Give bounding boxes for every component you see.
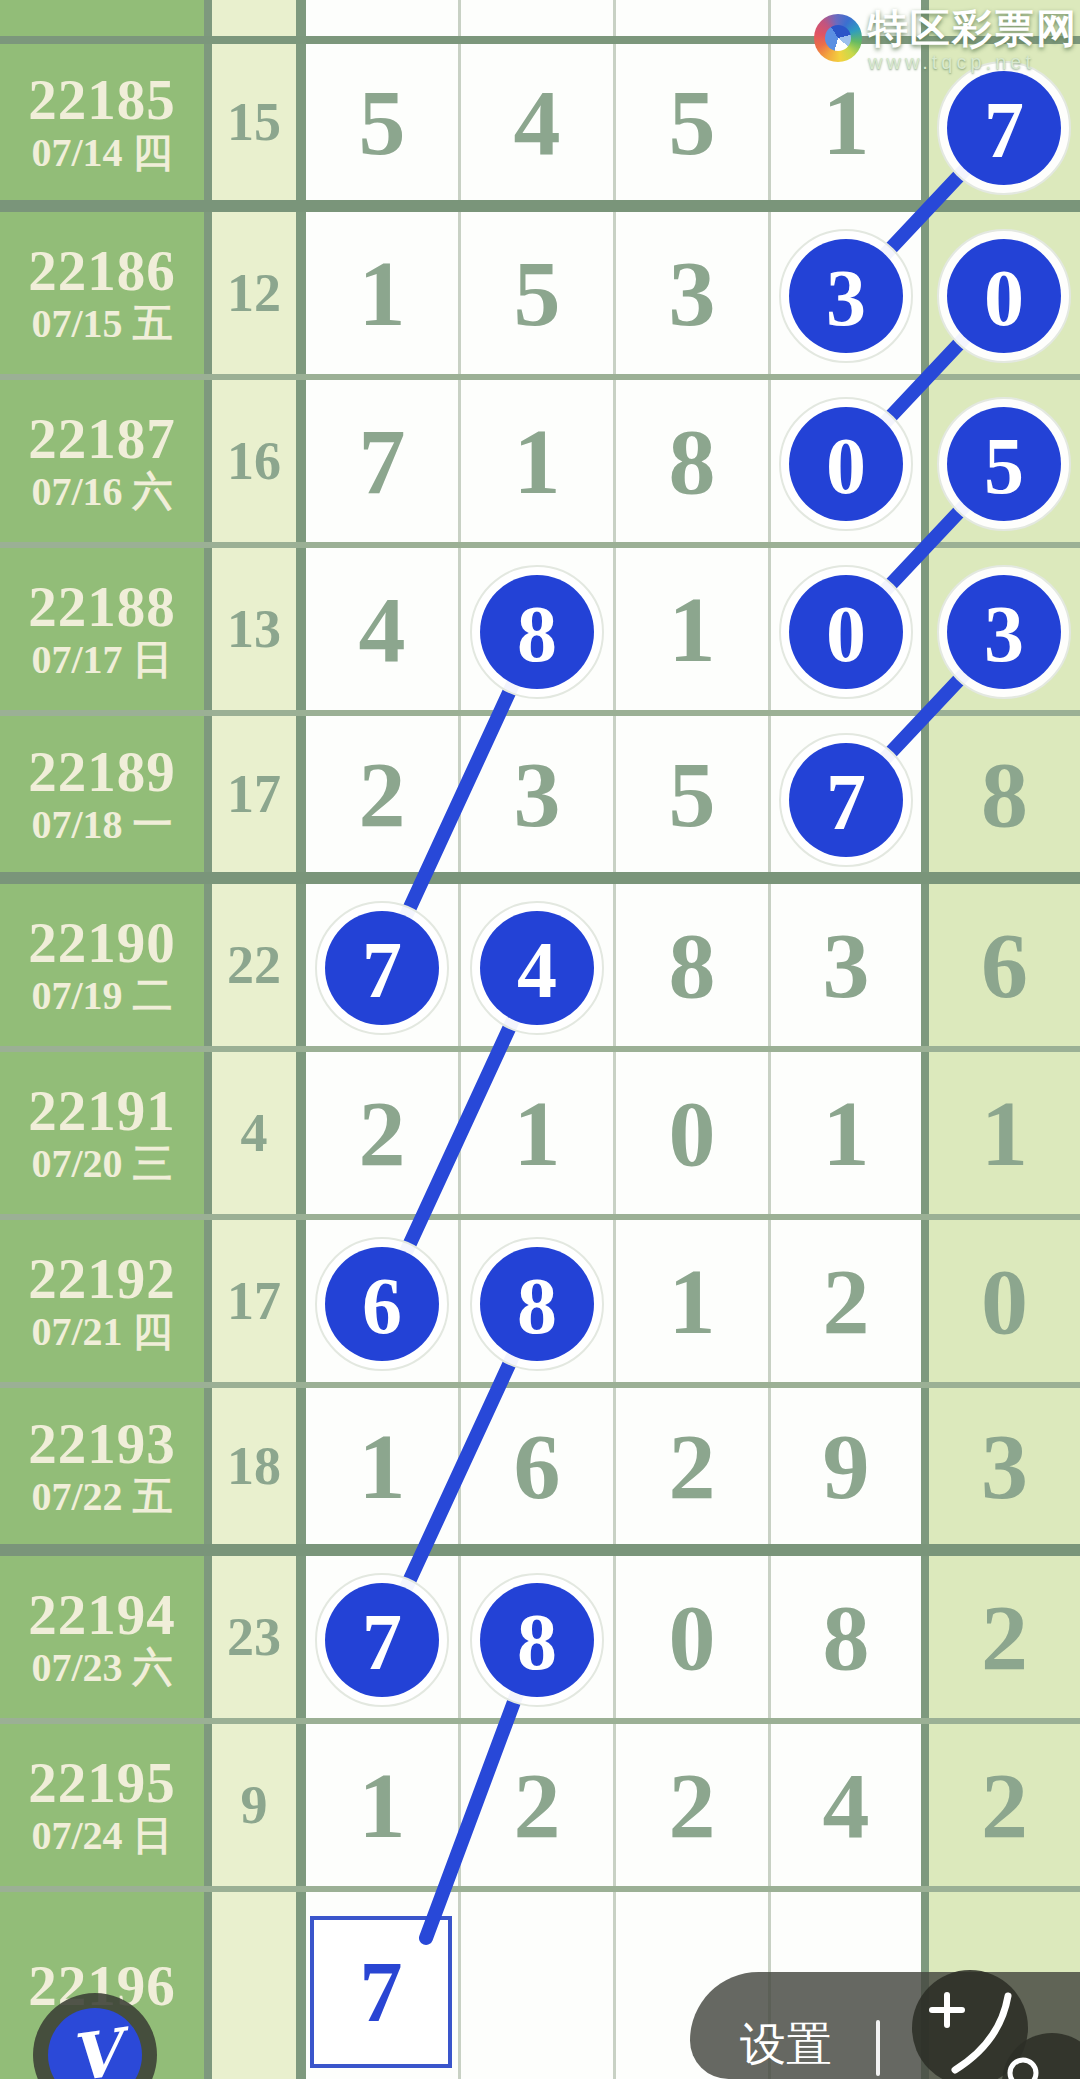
issue-number: 22186 [28, 242, 176, 299]
digit-cell: 4 [461, 44, 613, 200]
digit-cell: 1 [306, 1724, 458, 1886]
digit-cell [461, 1220, 613, 1382]
digit-cell [929, 212, 1080, 374]
issue-cell [0, 0, 204, 36]
digit-cell: 5 [461, 212, 613, 374]
issue-cell: 2218907/18 一 [0, 716, 204, 872]
vertical-border [296, 212, 306, 374]
vertical-border [921, 212, 929, 374]
issue-number: 22191 [28, 1082, 176, 1139]
v-button-inner: V [48, 2008, 142, 2079]
issue-cell: 2219007/19 二 [0, 884, 204, 1046]
digit-cell: 1 [306, 1388, 458, 1544]
trend-chart-screen: 2218507/14 四1554512218607/15 五1215322187… [0, 0, 1080, 2079]
sum-cell [212, 1892, 296, 2079]
site-title: 特区彩票网 [868, 6, 1078, 50]
digit-cell: 0 [616, 1556, 768, 1718]
vertical-border [921, 1556, 929, 1718]
digit-cell: 2 [306, 1052, 458, 1214]
vertical-border [921, 1724, 929, 1886]
digit-cell: 1 [771, 1052, 921, 1214]
vertical-border [296, 1724, 306, 1886]
table-row: 2218907/18 一172358 [0, 716, 1080, 884]
issue-date: 07/14 四 [31, 133, 172, 173]
digit-cell [929, 548, 1080, 710]
digit-cell: 2 [929, 1556, 1080, 1718]
digit-cell: 5 [616, 44, 768, 200]
issue-date: 07/19 二 [31, 976, 172, 1016]
sum-cell [212, 0, 296, 36]
vertical-border [296, 380, 306, 542]
issue-number: 22188 [28, 578, 176, 635]
issue-date: 07/15 五 [31, 304, 172, 344]
vertical-border [204, 380, 212, 542]
toolbar-divider [876, 2020, 880, 2076]
sum-cell: 17 [212, 1220, 296, 1382]
issue-date: 07/17 日 [31, 640, 172, 680]
digit-cell: 1 [461, 1052, 613, 1214]
vertical-border [204, 1220, 212, 1382]
table-row: 2219507/24 日912242 [0, 1724, 1080, 1892]
vertical-border [921, 1388, 929, 1544]
vertical-border [204, 0, 212, 36]
table-row: 2218607/15 五12153 [0, 212, 1080, 380]
settings-button[interactable]: 设置 [740, 2014, 832, 2076]
issue-date: 07/18 一 [31, 805, 172, 845]
digit-cell: 8 [929, 716, 1080, 872]
issue-cell: 2218507/14 四 [0, 44, 204, 200]
digit-cell: 2 [461, 1724, 613, 1886]
digit-cell: 3 [771, 884, 921, 1046]
vertical-border [296, 1892, 306, 2079]
issue-number: 22194 [28, 1586, 176, 1643]
issue-number: 22185 [28, 71, 176, 128]
digit-cell [306, 884, 458, 1046]
sum-cell: 9 [212, 1724, 296, 1886]
digit-cell: 9 [771, 1388, 921, 1544]
digit-cell [306, 1220, 458, 1382]
digit-cell: 3 [929, 1388, 1080, 1544]
vertical-border [204, 1388, 212, 1544]
swirl-logo-icon [814, 14, 862, 62]
digit-cell [461, 548, 613, 710]
digit-cell: 7 [306, 1892, 458, 2079]
vertical-border [921, 380, 929, 542]
table-row: 2219007/19 二22836 [0, 884, 1080, 1052]
digit-cell [306, 1556, 458, 1718]
digit-cell: 0 [929, 1220, 1080, 1382]
issue-cell: 2219107/20 三 [0, 1052, 204, 1214]
digit-cell: 2 [929, 1724, 1080, 1886]
issue-date: 07/16 六 [31, 472, 172, 512]
digit-cell: 6 [461, 1388, 613, 1544]
vertical-border [296, 0, 306, 36]
digit-cell: 4 [771, 1724, 921, 1886]
issue-cell: 2219207/21 四 [0, 1220, 204, 1382]
digit-cell: 7 [306, 380, 458, 542]
issue-number: 22192 [28, 1250, 176, 1307]
issue-date: 07/21 四 [31, 1312, 172, 1352]
vertical-border [921, 884, 929, 1046]
digit-cell [771, 380, 921, 542]
digit-cell: 2 [771, 1220, 921, 1382]
table-row: 2218807/17 日1341 [0, 548, 1080, 716]
sum-cell: 4 [212, 1052, 296, 1214]
digit-cell: 5 [616, 716, 768, 872]
vertical-border [921, 548, 929, 710]
vertical-border [296, 1556, 306, 1718]
vertical-border [204, 1724, 212, 1886]
vertical-border [204, 884, 212, 1046]
pick-digit-cell[interactable]: 7 [310, 1916, 452, 2068]
digit-cell [461, 0, 613, 36]
issue-date: 07/22 五 [31, 1477, 172, 1517]
vertical-border [296, 1052, 306, 1214]
vertical-border [296, 548, 306, 710]
issue-cell: 2218607/15 五 [0, 212, 204, 374]
issue-number: 22187 [28, 410, 176, 467]
vertical-border [204, 212, 212, 374]
digit-cell [461, 884, 613, 1046]
vertical-border [204, 1556, 212, 1718]
vertical-border [204, 44, 212, 200]
sum-cell: 13 [212, 548, 296, 710]
vertical-border [296, 884, 306, 1046]
site-logo: 特区彩票网 www.tqcp.net [814, 6, 1078, 74]
issue-number: 22190 [28, 914, 176, 971]
digit-cell: 8 [616, 884, 768, 1046]
digit-cell [461, 1892, 613, 2079]
digit-cell: 1 [461, 380, 613, 542]
digit-cell: 2 [616, 1724, 768, 1886]
digit-cell: 1 [306, 212, 458, 374]
digit-cell [306, 0, 458, 36]
vertical-border [204, 1892, 212, 2079]
table-row: 2219307/22 五1816293 [0, 1388, 1080, 1556]
trend-table: 2218507/14 四1554512218607/15 五1215322187… [0, 0, 1080, 2079]
issue-cell: 2218807/17 日 [0, 548, 204, 710]
vertical-border [204, 548, 212, 710]
issue-cell: 2219507/24 日 [0, 1724, 204, 1886]
vertical-border [204, 1052, 212, 1214]
vertical-border [296, 1220, 306, 1382]
compose-button[interactable] [912, 1972, 1080, 2079]
digit-cell: 2 [306, 716, 458, 872]
table-row: 2218707/16 六16718 [0, 380, 1080, 548]
issue-cell: 2219307/22 五 [0, 1388, 204, 1544]
bottom-toolbar: 设置 [690, 1972, 1080, 2079]
table-row: 2219207/21 四17120 [0, 1220, 1080, 1388]
digit-cell [771, 212, 921, 374]
vertical-border [296, 716, 306, 872]
issue-date: 07/23 六 [31, 1648, 172, 1688]
sum-cell: 15 [212, 44, 296, 200]
sum-cell: 16 [212, 380, 296, 542]
sum-cell: 23 [212, 1556, 296, 1718]
digit-cell: 6 [929, 884, 1080, 1046]
digit-cell: 4 [306, 548, 458, 710]
digit-cell: 3 [461, 716, 613, 872]
vertical-border [296, 1388, 306, 1544]
digit-cell: 3 [616, 212, 768, 374]
digit-cell: 8 [616, 380, 768, 542]
issue-date: 07/24 日 [31, 1816, 172, 1856]
digit-cell [461, 1556, 613, 1718]
issue-date: 07/20 三 [31, 1144, 172, 1184]
sum-cell: 18 [212, 1388, 296, 1544]
issue-number: 22195 [28, 1754, 176, 1811]
sum-cell: 12 [212, 212, 296, 374]
digit-cell: 1 [616, 548, 768, 710]
vertical-border [204, 716, 212, 872]
table-row: 2219107/20 三421011 [0, 1052, 1080, 1220]
issue-number: 22193 [28, 1415, 176, 1472]
digit-cell: 1 [929, 1052, 1080, 1214]
digit-cell: 0 [616, 1052, 768, 1214]
digit-cell: 5 [306, 44, 458, 200]
site-url: www.tqcp.net [868, 51, 1078, 74]
v-logo-icon: V [65, 2014, 125, 2079]
sum-cell: 22 [212, 884, 296, 1046]
vertical-border [296, 44, 306, 200]
issue-number: 22189 [28, 743, 176, 800]
issue-cell: 2218707/16 六 [0, 380, 204, 542]
digit-cell: 2 [616, 1388, 768, 1544]
issue-cell: 2219407/23 六 [0, 1556, 204, 1718]
vertical-border [921, 716, 929, 872]
sum-cell: 17 [212, 716, 296, 872]
vertical-border [921, 1052, 929, 1214]
digit-cell [616, 0, 768, 36]
digit-cell [771, 716, 921, 872]
table-row: 2219407/23 六23082 [0, 1556, 1080, 1724]
digit-cell: 1 [616, 1220, 768, 1382]
digit-cell: 8 [771, 1556, 921, 1718]
digit-cell [771, 548, 921, 710]
vertical-border [921, 1220, 929, 1382]
digit-cell [929, 380, 1080, 542]
